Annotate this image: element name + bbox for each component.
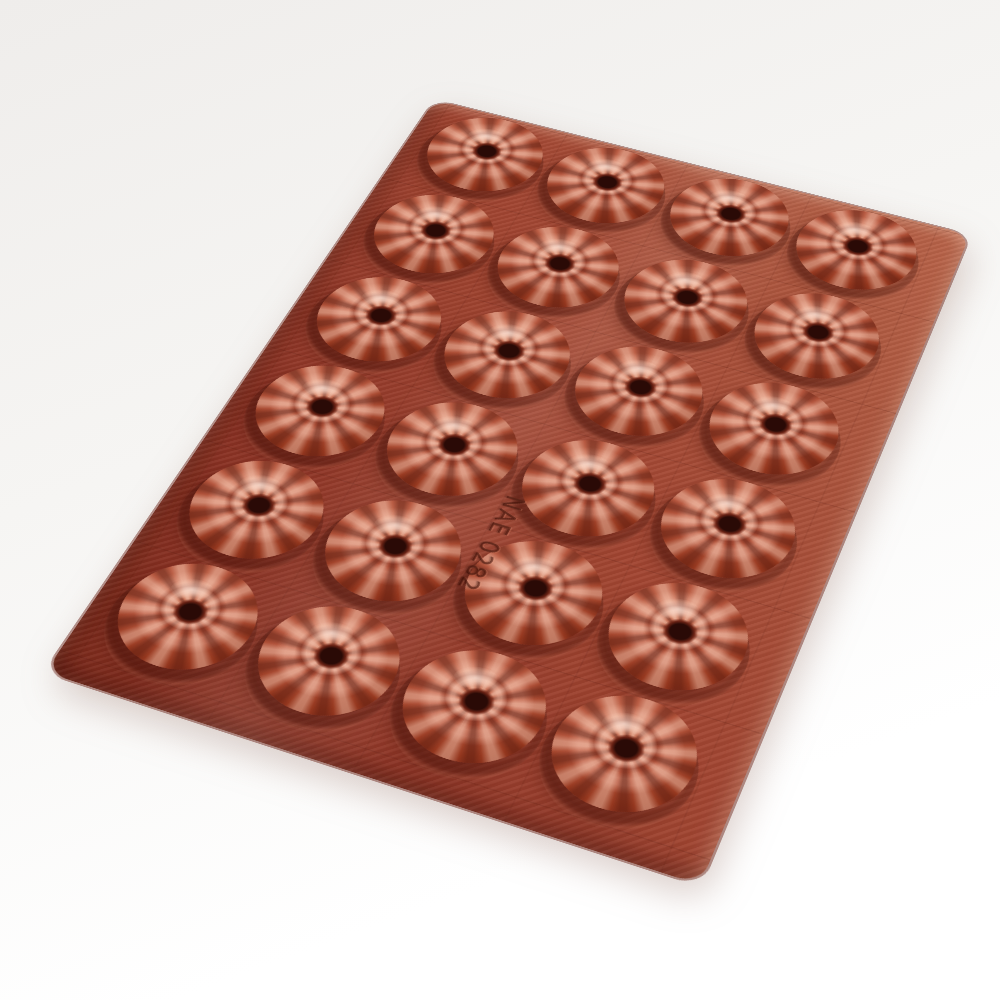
product-photo: { "scene": { "type": "product-photo", "s…: [0, 0, 1000, 1000]
cavity-grid: [78, 105, 938, 846]
cannele-cup: [781, 199, 929, 302]
cannele-cup: [654, 167, 803, 268]
silicone-mould: NAE 0282: [45, 100, 970, 885]
mould-shadow-wrapper: NAE 0282: [0, 0, 1000, 1000]
photo-background: NAE 0282: [0, 0, 1000, 1000]
